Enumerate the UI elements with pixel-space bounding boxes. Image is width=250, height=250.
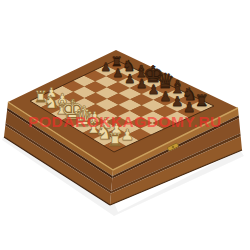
chess-set-product-photo: ♜♟♞♟♝♟♚♟♛♟♝♟♟♞♜♟♟♜♞♟♟♝♟♚♟♛♟♝♟♞♟♜ PODAROK… xyxy=(0,0,250,250)
watermark-text: PODAROKKAGDOMY.RU xyxy=(28,113,222,131)
